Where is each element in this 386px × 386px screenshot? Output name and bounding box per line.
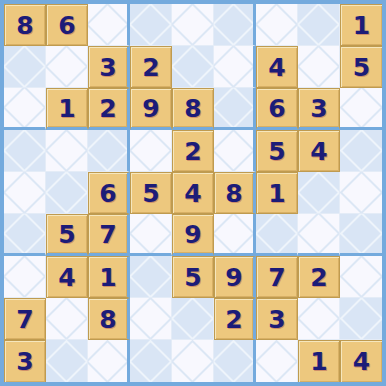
- cell-r3c4-given: 9: [130, 88, 172, 130]
- cell-r2c3-given: 3: [88, 46, 130, 88]
- cell-r7c1[interactable]: [4, 256, 46, 298]
- cell-r8c5[interactable]: [172, 298, 214, 340]
- cell-r3c1[interactable]: [4, 88, 46, 130]
- cell-r1c1-given: 8: [4, 4, 46, 46]
- cell-r2c9-given: 5: [340, 46, 382, 88]
- cell-r4c7-given: 5: [256, 130, 298, 172]
- cell-r5c7-given: 1: [256, 172, 298, 214]
- sudoku-board: 8613245129863254654815794159727823314: [4, 4, 382, 382]
- cell-r8c1-given: 7: [4, 298, 46, 340]
- cell-r1c5[interactable]: [172, 4, 214, 46]
- cell-r6c4[interactable]: [130, 214, 172, 256]
- cell-r7c7-given: 7: [256, 256, 298, 298]
- diamond-pattern: [256, 340, 298, 382]
- cell-r8c2[interactable]: [46, 298, 88, 340]
- diamond-pattern: [340, 214, 382, 255]
- diamond-pattern: [214, 130, 255, 172]
- diamond-pattern: [214, 46, 255, 88]
- diamond-pattern: [340, 298, 382, 340]
- diamond-pattern: [4, 88, 46, 129]
- diamond-pattern: [298, 214, 340, 255]
- cell-r3c9[interactable]: [340, 88, 382, 130]
- cell-r5c9[interactable]: [340, 172, 382, 214]
- cell-r2c2[interactable]: [46, 46, 88, 88]
- diamond-pattern: [88, 4, 129, 46]
- cell-r2c5[interactable]: [172, 46, 214, 88]
- cell-r5c8[interactable]: [298, 172, 340, 214]
- cell-r9c4[interactable]: [130, 340, 172, 382]
- cell-r6c3-given: 7: [88, 214, 130, 256]
- diamond-pattern: [130, 4, 172, 46]
- diamond-pattern: [130, 214, 172, 255]
- cell-r4c6[interactable]: [214, 130, 256, 172]
- cell-r8c6-given: 2: [214, 298, 256, 340]
- cell-r4c1[interactable]: [4, 130, 46, 172]
- cell-r4c5-given: 2: [172, 130, 214, 172]
- cell-r9c3[interactable]: [88, 340, 130, 382]
- cell-r8c9[interactable]: [340, 298, 382, 340]
- cell-r1c8[interactable]: [298, 4, 340, 46]
- diamond-pattern: [298, 4, 340, 46]
- cell-r8c7-given: 3: [256, 298, 298, 340]
- cell-r1c4[interactable]: [130, 4, 172, 46]
- cell-r4c8-given: 4: [298, 130, 340, 172]
- diamond-pattern: [46, 172, 88, 214]
- cell-r5c5-given: 4: [172, 172, 214, 214]
- cell-r7c2-given: 4: [46, 256, 88, 298]
- diamond-pattern: [46, 130, 88, 172]
- cell-r3c8-given: 3: [298, 88, 340, 130]
- diamond-pattern: [340, 172, 382, 214]
- cell-r9c8-given: 1: [298, 340, 340, 382]
- cell-r7c9[interactable]: [340, 256, 382, 298]
- cell-r5c2[interactable]: [46, 172, 88, 214]
- diamond-pattern: [172, 340, 214, 382]
- cell-r3c3-given: 2: [88, 88, 130, 130]
- sudoku-board-frame: 8613245129863254654815794159727823314: [0, 0, 386, 386]
- cell-r2c1[interactable]: [4, 46, 46, 88]
- diamond-pattern: [340, 256, 382, 298]
- cell-r6c2-given: 5: [46, 214, 88, 256]
- cell-r4c3[interactable]: [88, 130, 130, 172]
- diamond-pattern: [298, 298, 340, 340]
- cell-r4c4[interactable]: [130, 130, 172, 172]
- cell-r6c9[interactable]: [340, 214, 382, 256]
- cell-r9c5[interactable]: [172, 340, 214, 382]
- diamond-pattern: [130, 256, 172, 298]
- diamond-pattern: [46, 298, 88, 340]
- cell-r1c7[interactable]: [256, 4, 298, 46]
- cell-r5c1[interactable]: [4, 172, 46, 214]
- cell-r7c4[interactable]: [130, 256, 172, 298]
- cell-r8c3-given: 8: [88, 298, 130, 340]
- diamond-pattern: [340, 88, 382, 129]
- cell-r5c4-given: 5: [130, 172, 172, 214]
- cell-r1c9-given: 1: [340, 4, 382, 46]
- cell-r2c8[interactable]: [298, 46, 340, 88]
- cell-r8c4[interactable]: [130, 298, 172, 340]
- diamond-pattern: [46, 340, 88, 382]
- cell-r1c2-given: 6: [46, 4, 88, 46]
- diamond-pattern: [340, 130, 382, 172]
- diamond-pattern: [298, 172, 340, 214]
- cell-r7c5-given: 5: [172, 256, 214, 298]
- cell-r9c6[interactable]: [214, 340, 256, 382]
- cell-r7c8-given: 2: [298, 256, 340, 298]
- diamond-pattern: [130, 298, 172, 340]
- diamond-pattern: [172, 46, 214, 88]
- diamond-pattern: [214, 340, 255, 382]
- cell-r4c9[interactable]: [340, 130, 382, 172]
- cell-r6c7[interactable]: [256, 214, 298, 256]
- cell-r5c3-given: 6: [88, 172, 130, 214]
- diamond-pattern: [130, 340, 172, 382]
- diamond-pattern: [256, 214, 298, 255]
- diamond-pattern: [130, 130, 172, 172]
- diamond-pattern: [256, 4, 298, 46]
- cell-r5c6-given: 8: [214, 172, 256, 214]
- cell-r2c7-given: 4: [256, 46, 298, 88]
- cell-r4c2[interactable]: [46, 130, 88, 172]
- diamond-pattern: [214, 214, 255, 255]
- cell-r2c6[interactable]: [214, 46, 256, 88]
- cell-r9c1-given: 3: [4, 340, 46, 382]
- diamond-pattern: [46, 46, 88, 88]
- cell-r2c4-given: 2: [130, 46, 172, 88]
- diamond-pattern: [4, 214, 46, 255]
- cell-r7c6-given: 9: [214, 256, 256, 298]
- cell-r3c5-given: 8: [172, 88, 214, 130]
- cell-r8c8[interactable]: [298, 298, 340, 340]
- cell-r3c7-given: 6: [256, 88, 298, 130]
- cell-r3c6[interactable]: [214, 88, 256, 130]
- diamond-pattern: [172, 4, 214, 46]
- cell-r6c6[interactable]: [214, 214, 256, 256]
- diamond-pattern: [88, 340, 129, 382]
- cell-r9c9-given: 4: [340, 340, 382, 382]
- diamond-pattern: [214, 88, 255, 129]
- cell-r6c1[interactable]: [4, 214, 46, 256]
- cell-r9c7[interactable]: [256, 340, 298, 382]
- diamond-pattern: [214, 4, 255, 46]
- diamond-pattern: [4, 46, 46, 88]
- diamond-pattern: [4, 172, 46, 214]
- cell-r9c2[interactable]: [46, 340, 88, 382]
- diamond-pattern: [298, 46, 340, 88]
- cell-r6c8[interactable]: [298, 214, 340, 256]
- cell-r7c3-given: 1: [88, 256, 130, 298]
- diamond-pattern: [88, 130, 129, 172]
- diamond-pattern: [4, 256, 46, 298]
- diamond-pattern: [4, 130, 46, 172]
- cell-r6c5-given: 9: [172, 214, 214, 256]
- cell-r1c6[interactable]: [214, 4, 256, 46]
- cell-r3c2-given: 1: [46, 88, 88, 130]
- cell-r1c3[interactable]: [88, 4, 130, 46]
- diamond-pattern: [172, 298, 214, 340]
